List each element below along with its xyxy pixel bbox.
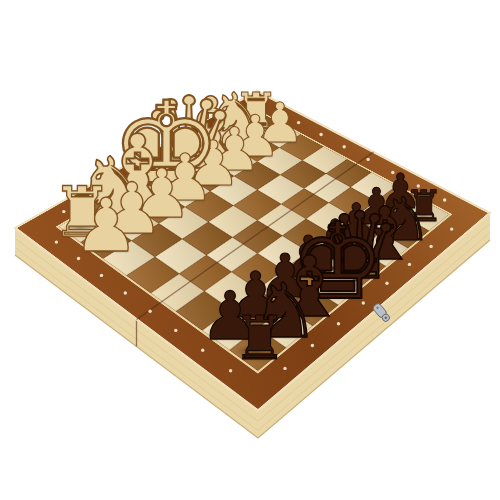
chess-set-product-photo: ♜♟♞♟♝♟♛♟♚♟♝♟♟♞♜♟♟♜♞♟♟♝♟♛♟♚♟♝♟♞♟♜ xyxy=(0,0,500,500)
piece-black-rook-h8[interactable]: ♜ xyxy=(215,308,305,368)
piece-white-pawn-h2[interactable]: ♟ xyxy=(51,189,162,263)
pieces-layer: ♜♟♞♟♝♟♛♟♚♟♝♟♟♞♜♟♟♜♞♟♟♝♟♛♟♚♟♝♟♞♟♜ xyxy=(0,0,500,500)
